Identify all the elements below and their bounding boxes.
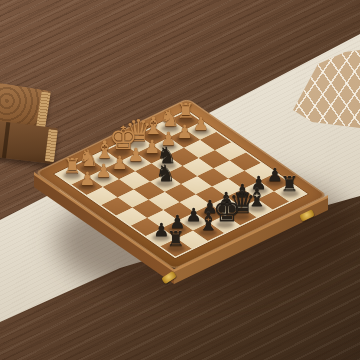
vintage-book-bottom (0, 120, 58, 164)
photo-scene: ♜♞♝♛♚♝♞♜♟♟♟♟♟♟♟♟♜♝♛♚♝♜♟♟♟♟♟♟♟♟♞♞ (0, 0, 360, 360)
